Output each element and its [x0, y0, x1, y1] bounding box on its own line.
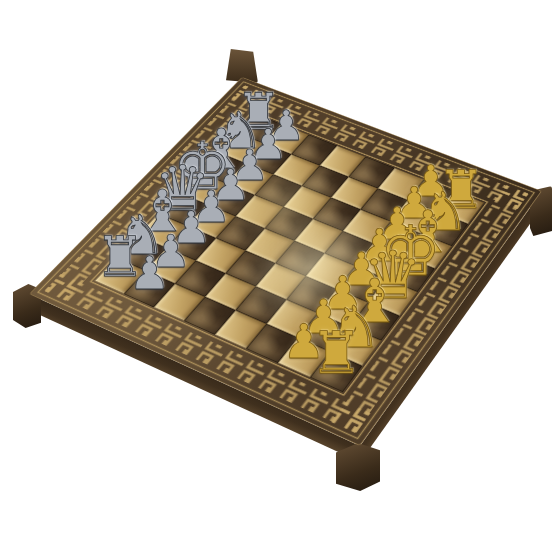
piece-white-rook-a1[interactable]: ♜	[310, 324, 362, 382]
chess-set-photo: ♜♞♝♛♚♝♞♜♟♟♟♟♟♟♟♟♟♟♟♟♟♟♟♟♜♞♝♛♚♝♞♜	[0, 0, 552, 552]
pieces-layer: ♜♞♝♛♚♝♞♜♟♟♟♟♟♟♟♟♟♟♟♟♟♟♟♟♜♞♝♛♚♝♞♜	[0, 0, 552, 552]
piece-black-pawn-a7[interactable]: ♟	[129, 251, 170, 297]
